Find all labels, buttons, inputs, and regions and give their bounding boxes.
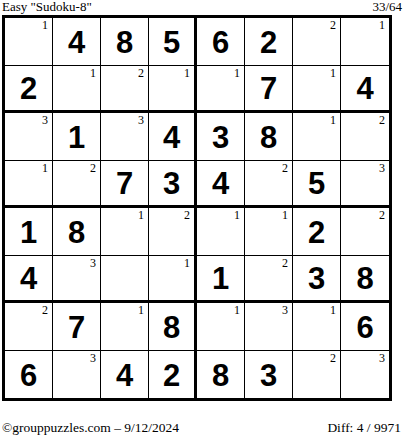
pencil-mark: 1 <box>330 113 336 127</box>
pencil-mark: 1 <box>282 208 288 222</box>
given-digit: 7 <box>116 168 133 199</box>
given-digit: 3 <box>163 168 180 199</box>
given-digit: 6 <box>20 360 37 391</box>
pencil-mark: 2 <box>138 66 144 80</box>
given-digit: 8 <box>260 122 277 153</box>
pencil-mark: 2 <box>282 161 288 175</box>
given-digit: 8 <box>212 360 229 391</box>
cell-r4c6[interactable]: 2 <box>245 161 293 209</box>
cell-r5c5[interactable]: 1 <box>197 208 245 256</box>
cell-r6c3[interactable] <box>101 256 149 304</box>
cell-r8c8[interactable]: 3 <box>341 351 389 399</box>
given-digit: 8 <box>356 263 373 294</box>
pencil-mark: 1 <box>138 303 144 317</box>
cell-r8c2[interactable]: 3 <box>53 351 101 399</box>
pencil-mark: 2 <box>379 208 385 222</box>
cell-r6c8: 8 <box>341 256 389 304</box>
given-digit: 4 <box>68 27 85 58</box>
copyright-date: ©grouppuzzles.com – 9/12/2024 <box>2 420 179 435</box>
pencil-mark: 1 <box>184 256 190 270</box>
cell-r3c5: 3 <box>197 113 245 161</box>
cell-r2c3[interactable]: 2 <box>101 66 149 114</box>
pencil-mark: 3 <box>379 161 385 175</box>
cell-r4c5: 4 <box>197 161 245 209</box>
cell-r1c1[interactable]: 1 <box>5 18 53 66</box>
pencil-mark: 3 <box>138 113 144 127</box>
cell-r7c4: 8 <box>149 303 197 351</box>
given-digit: 2 <box>20 73 37 104</box>
cell-r2c7[interactable]: 1 <box>293 66 341 114</box>
given-digit: 4 <box>356 73 373 104</box>
cell-r7c2: 7 <box>53 303 101 351</box>
pencil-mark: 3 <box>379 351 385 365</box>
given-digit: 2 <box>163 360 180 391</box>
cell-r5c6[interactable]: 1 <box>245 208 293 256</box>
difficulty-label: Diff: 4 / 9971 <box>327 420 401 435</box>
pencil-mark: 2 <box>184 208 190 222</box>
given-digit: 3 <box>212 122 229 153</box>
cell-r6c2[interactable]: 3 <box>53 256 101 304</box>
given-digit: 4 <box>116 360 133 391</box>
cell-r5c8[interactable]: 2 <box>341 208 389 256</box>
given-digit: 7 <box>68 312 85 343</box>
pencil-mark: 1 <box>90 66 96 80</box>
cell-r3c8[interactable]: 2 <box>341 113 389 161</box>
pencil-mark: 1 <box>234 208 240 222</box>
given-digit: 2 <box>308 217 325 248</box>
cell-r2c5[interactable]: 1 <box>197 66 245 114</box>
sudoku-grid: 1485622121211714313438121273425318121122… <box>2 15 392 401</box>
pencil-mark: 2 <box>282 256 288 270</box>
cell-r1c8[interactable]: 1 <box>341 18 389 66</box>
pencil-mark: 1 <box>234 66 240 80</box>
cell-r3c4: 4 <box>149 113 197 161</box>
cell-r3c3[interactable]: 3 <box>101 113 149 161</box>
puzzle-title: Easy "Sudoku-8" <box>2 0 92 13</box>
cell-r1c7[interactable]: 2 <box>293 18 341 66</box>
cell-r3c7[interactable]: 1 <box>293 113 341 161</box>
given-digit: 6 <box>212 27 229 58</box>
given-digit: 4 <box>163 122 180 153</box>
cell-r6c4[interactable]: 1 <box>149 256 197 304</box>
cell-r7c5[interactable]: 1 <box>197 303 245 351</box>
cell-r7c7[interactable]: 1 <box>293 303 341 351</box>
pencil-mark: 1 <box>42 18 48 32</box>
pencil-mark: 2 <box>330 351 336 365</box>
cell-r6c5: 1 <box>197 256 245 304</box>
given-digit: 8 <box>163 312 180 343</box>
cell-r1c2: 4 <box>53 18 101 66</box>
cell-r4c1[interactable]: 1 <box>5 161 53 209</box>
pencil-mark: 3 <box>42 113 48 127</box>
given-counter: 33/64 <box>372 0 402 13</box>
cell-r8c4: 2 <box>149 351 197 399</box>
cell-r8c6: 3 <box>245 351 293 399</box>
cell-r3c6: 8 <box>245 113 293 161</box>
cell-r6c6[interactable]: 2 <box>245 256 293 304</box>
cell-r3c1[interactable]: 3 <box>5 113 53 161</box>
pencil-mark: 2 <box>379 113 385 127</box>
header: Easy "Sudoku-8" 33/64 <box>2 0 402 14</box>
pencil-mark: 2 <box>42 303 48 317</box>
cell-r8c7[interactable]: 2 <box>293 351 341 399</box>
pencil-mark: 1 <box>330 66 336 80</box>
pencil-mark: 1 <box>42 161 48 175</box>
cell-r5c4[interactable]: 2 <box>149 208 197 256</box>
cell-r7c6[interactable]: 3 <box>245 303 293 351</box>
given-digit: 7 <box>260 73 277 104</box>
cell-r3c2: 1 <box>53 113 101 161</box>
pencil-mark: 3 <box>90 256 96 270</box>
cell-r2c2[interactable]: 1 <box>53 66 101 114</box>
cell-r1c6: 2 <box>245 18 293 66</box>
cell-r7c3[interactable]: 1 <box>101 303 149 351</box>
cell-r2c8: 4 <box>341 66 389 114</box>
pencil-mark: 2 <box>90 161 96 175</box>
cell-r6c7: 3 <box>293 256 341 304</box>
given-digit: 6 <box>356 312 373 343</box>
cell-r1c3: 8 <box>101 18 149 66</box>
cell-r2c4[interactable]: 1 <box>149 66 197 114</box>
pencil-mark: 2 <box>330 18 336 32</box>
given-digit: 8 <box>68 217 85 248</box>
cell-r4c8[interactable]: 3 <box>341 161 389 209</box>
cell-r4c2[interactable]: 2 <box>53 161 101 209</box>
pencil-mark: 1 <box>330 303 336 317</box>
given-digit: 4 <box>20 263 37 294</box>
given-digit: 3 <box>260 360 277 391</box>
cell-r5c3[interactable]: 1 <box>101 208 149 256</box>
puzzle-page: Easy "Sudoku-8" 33/64 148562212121171431… <box>0 0 403 437</box>
given-digit: 5 <box>163 27 180 58</box>
cell-r4c3: 7 <box>101 161 149 209</box>
pencil-mark: 1 <box>379 18 385 32</box>
pencil-mark: 1 <box>184 66 190 80</box>
given-digit: 2 <box>260 27 277 58</box>
given-digit: 5 <box>308 168 325 199</box>
cell-r5c1: 1 <box>5 208 53 256</box>
cell-r2c1: 2 <box>5 66 53 114</box>
pencil-mark: 3 <box>90 351 96 365</box>
cell-r8c5: 8 <box>197 351 245 399</box>
pencil-mark: 3 <box>282 303 288 317</box>
given-digit: 3 <box>308 263 325 294</box>
cell-r7c8: 6 <box>341 303 389 351</box>
cell-r4c7: 5 <box>293 161 341 209</box>
pencil-mark: 1 <box>138 208 144 222</box>
cell-r7c1[interactable]: 2 <box>5 303 53 351</box>
cell-r1c4: 5 <box>149 18 197 66</box>
cell-r2c6: 7 <box>245 66 293 114</box>
pencil-mark: 1 <box>234 303 240 317</box>
given-digit: 1 <box>20 217 37 248</box>
cell-r5c2: 8 <box>53 208 101 256</box>
given-digit: 4 <box>212 168 229 199</box>
cell-r6c1: 4 <box>5 256 53 304</box>
cell-r1c5: 6 <box>197 18 245 66</box>
cell-r8c3: 4 <box>101 351 149 399</box>
cell-r8c1: 6 <box>5 351 53 399</box>
cell-r4c4: 3 <box>149 161 197 209</box>
given-digit: 1 <box>68 122 85 153</box>
footer: ©grouppuzzles.com – 9/12/2024 Diff: 4 / … <box>2 420 401 435</box>
given-digit: 8 <box>116 27 133 58</box>
given-digit: 1 <box>212 263 229 294</box>
cell-r5c7: 2 <box>293 208 341 256</box>
